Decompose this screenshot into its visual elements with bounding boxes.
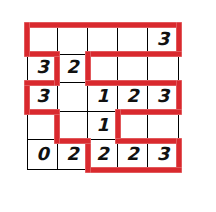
clue-digit-r3c5: 3 bbox=[157, 87, 170, 105]
cell-r3c1[interactable]: 3 bbox=[28, 83, 58, 112]
clue-digit-r4c3: 1 bbox=[96, 116, 109, 134]
cell-r3c3[interactable]: 1 bbox=[88, 83, 118, 112]
cell-r4c5[interactable] bbox=[148, 112, 178, 141]
clue-digit-r3c1: 3 bbox=[36, 87, 49, 105]
clue-digit-r3c3: 1 bbox=[96, 87, 109, 105]
slitherlink-board: 3323123102223 bbox=[27, 25, 179, 170]
clue-digit-r5c5: 3 bbox=[157, 145, 170, 163]
cell-r3c2[interactable] bbox=[58, 83, 88, 112]
solution-loop-segment bbox=[115, 109, 182, 115]
clue-digit-r5c4: 2 bbox=[126, 145, 139, 163]
solution-loop-segment bbox=[85, 51, 182, 57]
cell-r4c2[interactable] bbox=[58, 112, 88, 141]
clue-digit-r3c4: 2 bbox=[126, 87, 139, 105]
solution-loop-segment bbox=[115, 138, 182, 144]
solution-loop-segment bbox=[85, 80, 182, 86]
cell-r2c5[interactable] bbox=[148, 55, 178, 84]
clue-digit-r2c2: 2 bbox=[66, 58, 79, 76]
clue-digit-r5c1: 0 bbox=[36, 145, 49, 163]
clue-digit-r5c2: 2 bbox=[66, 145, 79, 163]
cell-r3c4[interactable]: 2 bbox=[118, 83, 148, 112]
solution-loop-segment bbox=[24, 22, 30, 57]
cell-r5c4[interactable]: 2 bbox=[118, 140, 148, 169]
solution-loop-segment bbox=[24, 22, 182, 28]
solution-loop-segment bbox=[85, 167, 182, 173]
clue-digit-r1c5: 3 bbox=[157, 30, 170, 48]
cell-r3c5[interactable]: 3 bbox=[148, 83, 178, 112]
clue-digit-r5c3: 2 bbox=[96, 145, 109, 163]
cell-r4c3[interactable]: 1 bbox=[88, 112, 118, 141]
cell-r5c5[interactable]: 3 bbox=[148, 140, 178, 169]
cell-r5c2[interactable]: 2 bbox=[58, 140, 88, 169]
cell-r5c1[interactable]: 0 bbox=[28, 140, 58, 169]
clue-digit-r2c1: 3 bbox=[36, 58, 49, 76]
cell-r4c4[interactable] bbox=[118, 112, 148, 141]
cell-r2c4[interactable] bbox=[118, 55, 148, 84]
slitherlink-puzzle-image: 3323123102223 bbox=[0, 0, 216, 212]
cell-r2c2[interactable]: 2 bbox=[58, 55, 88, 84]
cell-r2c3[interactable] bbox=[88, 55, 118, 84]
cell-r5c3[interactable]: 2 bbox=[88, 140, 118, 169]
cell-r1c2[interactable] bbox=[58, 26, 88, 55]
